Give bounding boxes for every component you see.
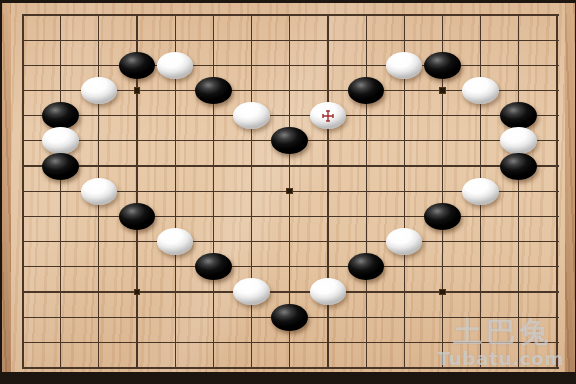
board-intersection[interactable] — [500, 153, 538, 178]
star-point — [134, 289, 141, 296]
black-stone[interactable] — [42, 153, 79, 180]
board-intersection[interactable] — [309, 279, 347, 304]
white-stone[interactable] — [386, 52, 423, 79]
board-intersection[interactable] — [385, 53, 423, 78]
white-stone[interactable] — [462, 178, 499, 205]
star-point — [286, 188, 293, 195]
white-stone[interactable] — [500, 127, 537, 154]
black-stone[interactable] — [271, 127, 308, 154]
black-stone[interactable] — [500, 102, 537, 129]
board-intersection[interactable] — [347, 78, 385, 103]
black-stone[interactable] — [348, 77, 385, 104]
board-intersection[interactable] — [232, 279, 270, 304]
white-stone[interactable] — [310, 278, 347, 305]
board-intersection[interactable] — [500, 103, 538, 128]
board-intersection[interactable] — [385, 229, 423, 254]
board-intersection[interactable] — [156, 53, 194, 78]
white-stone[interactable] — [233, 102, 270, 129]
black-stone[interactable] — [42, 102, 79, 129]
board-intersection[interactable] — [309, 103, 347, 128]
white-stone[interactable] — [81, 178, 118, 205]
board-intersection[interactable] — [232, 103, 270, 128]
black-stone[interactable] — [500, 153, 537, 180]
black-stone[interactable] — [271, 304, 308, 331]
black-stone[interactable] — [424, 203, 461, 230]
board-intersection[interactable] — [423, 78, 461, 103]
star-point — [134, 87, 141, 94]
intersection-grid[interactable] — [3, 2, 576, 380]
board-intersection[interactable] — [423, 279, 461, 304]
board-intersection[interactable] — [118, 279, 156, 304]
star-point — [439, 87, 446, 94]
board-intersection[interactable] — [461, 179, 499, 204]
go-board-photo: 土巴兔 Tubatu.com — [0, 0, 576, 384]
board-intersection[interactable] — [423, 53, 461, 78]
board-intersection[interactable] — [42, 103, 80, 128]
board-intersection[interactable] — [194, 78, 232, 103]
black-stone[interactable] — [195, 77, 232, 104]
star-point — [439, 289, 446, 296]
white-stone[interactable] — [310, 102, 347, 129]
white-stone[interactable] — [386, 228, 423, 255]
board-intersection[interactable] — [423, 204, 461, 229]
white-stone[interactable] — [42, 127, 79, 154]
board-intersection[interactable] — [271, 128, 309, 153]
board-intersection[interactable] — [118, 53, 156, 78]
white-stone[interactable] — [233, 278, 270, 305]
board-intersection[interactable] — [347, 254, 385, 279]
white-stone[interactable] — [462, 77, 499, 104]
board-intersection[interactable] — [156, 229, 194, 254]
white-stone[interactable] — [81, 77, 118, 104]
black-stone[interactable] — [348, 253, 385, 280]
black-stone[interactable] — [119, 203, 156, 230]
black-stone[interactable] — [195, 253, 232, 280]
white-stone[interactable] — [157, 52, 194, 79]
board-intersection[interactable] — [118, 204, 156, 229]
board-intersection[interactable] — [42, 153, 80, 178]
board-intersection[interactable] — [118, 78, 156, 103]
board-intersection[interactable] — [42, 128, 80, 153]
board-intersection[interactable] — [461, 78, 499, 103]
board-intersection[interactable] — [80, 78, 118, 103]
white-stone[interactable] — [157, 228, 194, 255]
last-move-marker — [321, 109, 334, 122]
board-intersection[interactable] — [271, 179, 309, 204]
board-intersection[interactable] — [80, 179, 118, 204]
board-intersection[interactable] — [500, 128, 538, 153]
board-intersection[interactable] — [194, 254, 232, 279]
black-stone[interactable] — [119, 52, 156, 79]
board-intersection[interactable] — [271, 304, 309, 329]
black-stone[interactable] — [424, 52, 461, 79]
